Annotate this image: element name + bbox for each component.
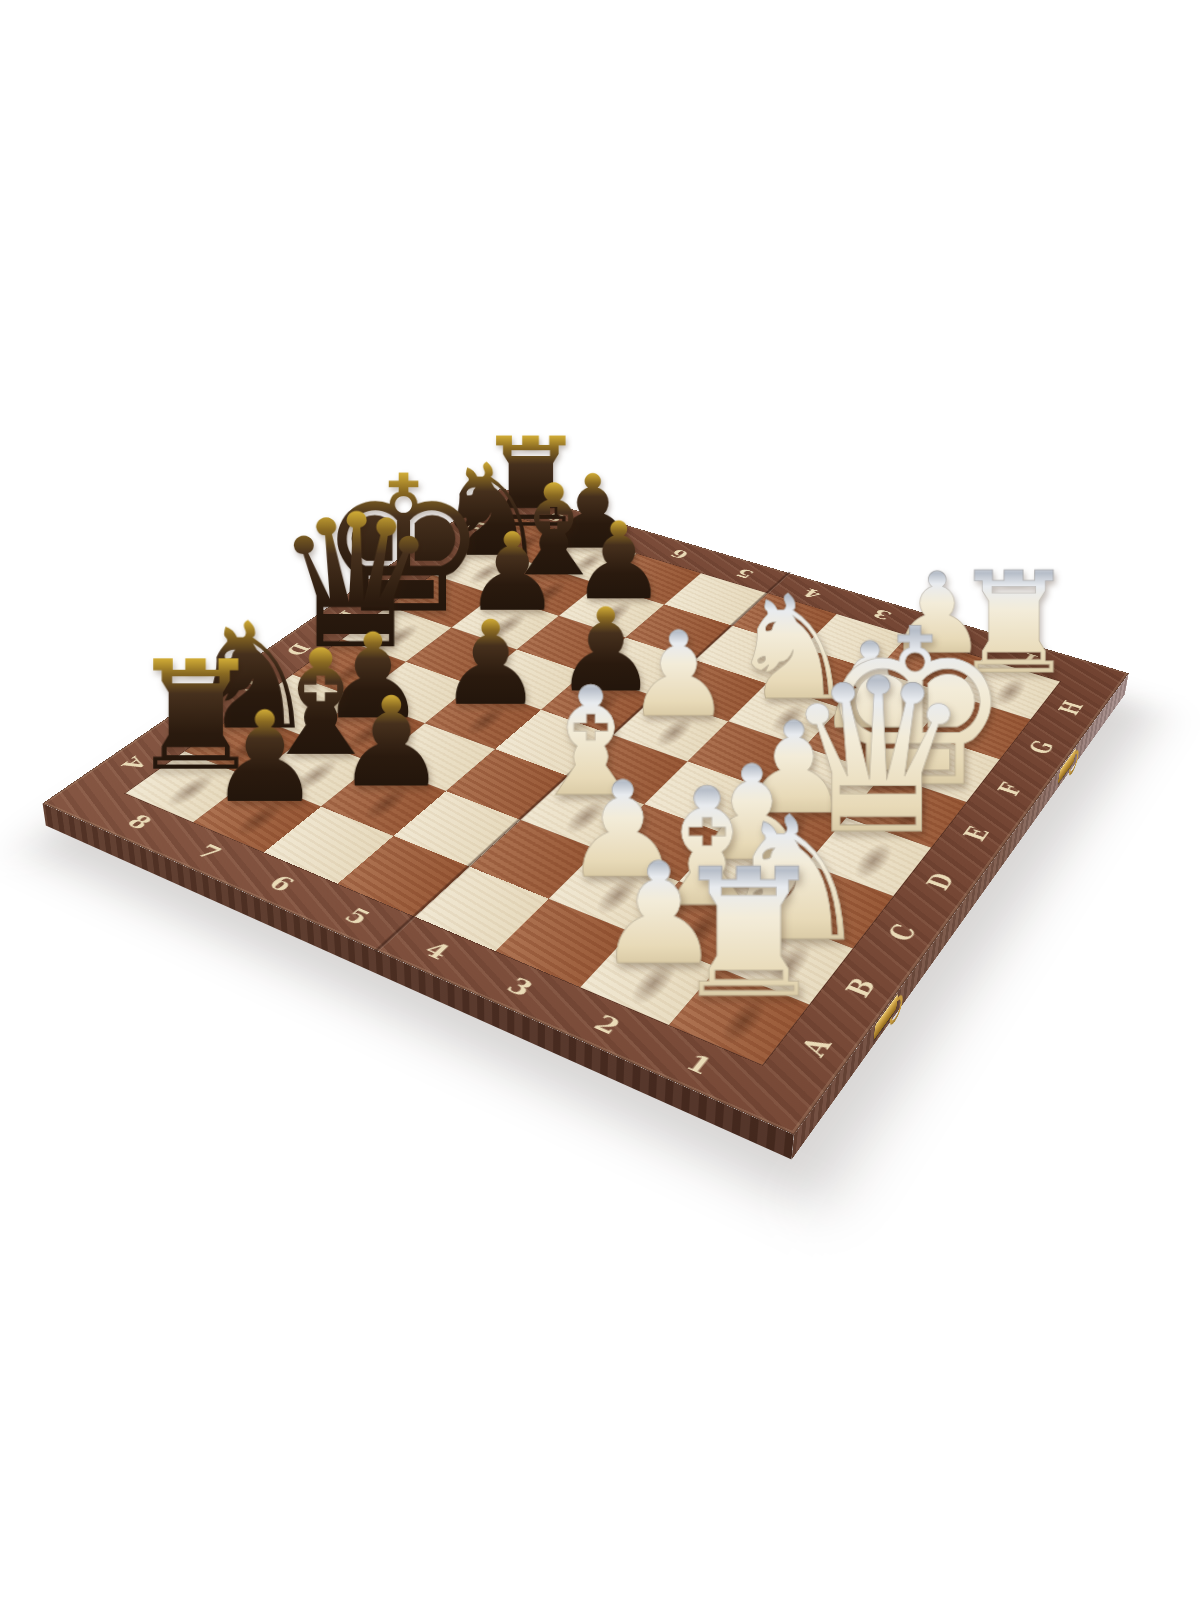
scene: ABCDEFGH ABCDEFGH 87654321 87654321 ♜♞♛♚… xyxy=(0,0,1200,1600)
chess-board: ABCDEFGH ABCDEFGH 87654321 87654321 ♜♞♛♚… xyxy=(43,488,1129,1134)
black-pawn[interactable]: ♟ xyxy=(158,698,371,817)
white-rook[interactable]: ♜ xyxy=(627,850,871,1018)
